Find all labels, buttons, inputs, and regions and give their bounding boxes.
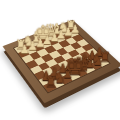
chess-board-3d: ♜♞♝♚♛♝♞♜♟♟♟♟♟♟♟♟♟♟♟♟♟♟♟♟♜♞♝♚♛♝♞♜ [2,19,120,103]
board-frame: ♜♞♝♚♛♝♞♜♟♟♟♟♟♟♟♟♟♟♟♟♟♟♟♟♜♞♝♚♛♝♞♜ [2,19,120,103]
square-h8[interactable]: ♜ [43,82,56,92]
chess-set-photo: ♜♞♝♚♛♝♞♜♟♟♟♟♟♟♟♟♟♟♟♟♟♟♟♟♜♞♝♚♛♝♞♜ [0,0,120,120]
piece-white-pawn[interactable]: ♟ [19,44,29,56]
piece-black-rook[interactable]: ♜ [44,74,57,89]
